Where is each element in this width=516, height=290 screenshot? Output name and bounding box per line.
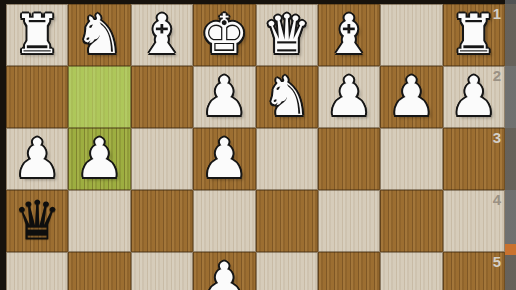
piece-white-king[interactable]: ♚ (200, 4, 248, 66)
square-f3[interactable] (131, 128, 193, 190)
square-f5[interactable] (131, 252, 193, 290)
square-b2[interactable]: ♟ (380, 66, 442, 128)
piece-white-knight[interactable]: ♞ (75, 4, 123, 66)
square-a1[interactable]: ♜1 (443, 4, 505, 66)
square-a3[interactable]: 3 (443, 128, 505, 190)
piece-white-pawn[interactable]: ♟ (75, 128, 123, 190)
chess-app-window: ♜♞♝♚♛♝♜1♟♞♟♟♟2♟♟♟3♛4♟5 (0, 0, 516, 290)
square-h2[interactable] (6, 66, 68, 128)
square-d3[interactable] (256, 128, 318, 190)
piece-black-queen[interactable]: ♛ (13, 190, 61, 252)
scroll-indicator[interactable] (505, 244, 516, 255)
square-e2[interactable]: ♟ (193, 66, 255, 128)
rank-label-2: 2 (493, 67, 501, 84)
square-d5[interactable] (256, 252, 318, 290)
square-f1[interactable]: ♝ (131, 4, 193, 66)
square-d1[interactable]: ♛ (256, 4, 318, 66)
square-h5[interactable] (6, 252, 68, 290)
piece-white-pawn[interactable]: ♟ (200, 66, 248, 128)
square-e1[interactable]: ♚ (193, 4, 255, 66)
square-g4[interactable] (68, 190, 130, 252)
piece-white-pawn[interactable]: ♟ (200, 128, 248, 190)
piece-white-rook[interactable]: ♜ (13, 4, 61, 66)
rank-label-3: 3 (493, 129, 501, 146)
piece-white-pawn[interactable]: ♟ (450, 66, 498, 128)
piece-white-knight[interactable]: ♞ (262, 66, 310, 128)
square-e3[interactable]: ♟ (193, 128, 255, 190)
piece-white-pawn[interactable]: ♟ (200, 252, 248, 290)
square-a2[interactable]: ♟2 (443, 66, 505, 128)
square-c4[interactable] (318, 190, 380, 252)
right-side-strip (505, 0, 516, 290)
square-h1[interactable]: ♜ (6, 4, 68, 66)
square-b1[interactable] (380, 4, 442, 66)
piece-white-queen[interactable]: ♛ (262, 4, 310, 66)
square-d4[interactable] (256, 190, 318, 252)
square-c3[interactable] (318, 128, 380, 190)
square-g1[interactable]: ♞ (68, 4, 130, 66)
square-g2[interactable] (68, 66, 130, 128)
square-g3[interactable]: ♟ (68, 128, 130, 190)
rank-label-4: 4 (493, 191, 501, 208)
square-b4[interactable] (380, 190, 442, 252)
square-e5[interactable]: ♟ (193, 252, 255, 290)
rank-label-1: 1 (493, 5, 501, 22)
square-a5[interactable]: 5 (443, 252, 505, 290)
square-b3[interactable] (380, 128, 442, 190)
square-h3[interactable]: ♟ (6, 128, 68, 190)
square-f2[interactable] (131, 66, 193, 128)
square-f4[interactable] (131, 190, 193, 252)
piece-white-pawn[interactable]: ♟ (387, 66, 435, 128)
square-e4[interactable] (193, 190, 255, 252)
chess-board: ♜♞♝♚♛♝♜1♟♞♟♟♟2♟♟♟3♛4♟5 (6, 4, 505, 290)
square-h4[interactable]: ♛ (6, 190, 68, 252)
piece-white-bishop[interactable]: ♝ (325, 4, 373, 66)
rank-label-5: 5 (493, 253, 501, 270)
piece-white-bishop[interactable]: ♝ (138, 4, 186, 66)
square-b5[interactable] (380, 252, 442, 290)
piece-white-pawn[interactable]: ♟ (325, 66, 373, 128)
square-c5[interactable] (318, 252, 380, 290)
square-d2[interactable]: ♞ (256, 66, 318, 128)
square-g5[interactable] (68, 252, 130, 290)
piece-white-pawn[interactable]: ♟ (13, 128, 61, 190)
piece-white-rook[interactable]: ♜ (450, 4, 498, 66)
square-c2[interactable]: ♟ (318, 66, 380, 128)
square-c1[interactable]: ♝ (318, 4, 380, 66)
square-a4[interactable]: 4 (443, 190, 505, 252)
